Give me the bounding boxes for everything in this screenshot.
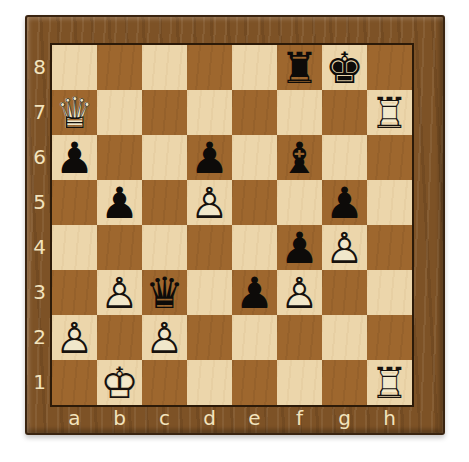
square-b3[interactable]: ♟♙ [97, 270, 142, 315]
square-c5[interactable] [142, 180, 187, 225]
black-pawn[interactable]: ♟ [187, 135, 232, 180]
square-g1[interactable] [322, 360, 367, 405]
square-d2[interactable] [187, 315, 232, 360]
black-king[interactable]: ♚ [322, 45, 367, 90]
black-bishop[interactable]: ♝ [277, 135, 322, 180]
square-d5[interactable]: ♟♙ [187, 180, 232, 225]
file-label-g: g [322, 405, 367, 433]
square-h4[interactable] [367, 225, 412, 270]
square-b7[interactable] [97, 90, 142, 135]
white-pawn[interactable]: ♟♙ [97, 270, 142, 315]
square-a4[interactable] [52, 225, 97, 270]
rank-label-3: 3 [27, 270, 52, 315]
square-a3[interactable] [52, 270, 97, 315]
square-f5[interactable] [277, 180, 322, 225]
square-h1[interactable]: ♜♖ [367, 360, 412, 405]
square-e3[interactable]: ♟ [232, 270, 277, 315]
file-labels: abcdefgh [52, 405, 412, 433]
page: 87654321 ♜♚♛♕♜♖♟♟♝♟♟♙♟♟♟♙♟♙♛♟♟♙♟♙♟♙♚♔♜♖ … [0, 0, 469, 462]
white-rook[interactable]: ♜♖ [367, 360, 412, 405]
board-frame: 87654321 ♜♚♛♕♜♖♟♟♝♟♟♙♟♟♟♙♟♙♛♟♟♙♟♙♟♙♚♔♜♖ … [25, 15, 445, 435]
white-king[interactable]: ♚♔ [97, 360, 142, 405]
file-label-e: e [232, 405, 277, 433]
square-h7[interactable]: ♜♖ [367, 90, 412, 135]
square-c8[interactable] [142, 45, 187, 90]
file-label-f: f [277, 405, 322, 433]
square-a6[interactable]: ♟ [52, 135, 97, 180]
black-king-glyph: ♚ [322, 45, 367, 90]
square-c6[interactable] [142, 135, 187, 180]
square-a8[interactable] [52, 45, 97, 90]
square-f8[interactable]: ♜ [277, 45, 322, 90]
file-label-b: b [97, 405, 142, 433]
black-pawn-glyph: ♟ [187, 135, 232, 180]
square-b6[interactable] [97, 135, 142, 180]
chessboard: ♜♚♛♕♜♖♟♟♝♟♟♙♟♟♟♙♟♙♛♟♟♙♟♙♟♙♚♔♜♖ [52, 45, 412, 405]
white-pawn[interactable]: ♟♙ [277, 270, 322, 315]
white-pawn[interactable]: ♟♙ [322, 225, 367, 270]
white-queen[interactable]: ♛♕ [52, 90, 97, 135]
square-e7[interactable] [232, 90, 277, 135]
square-g4[interactable]: ♟♙ [322, 225, 367, 270]
square-c3[interactable]: ♛ [142, 270, 187, 315]
rank-label-4: 4 [27, 225, 52, 270]
square-f6[interactable]: ♝ [277, 135, 322, 180]
rank-label-5: 5 [27, 180, 52, 225]
black-bishop-glyph: ♝ [277, 135, 322, 180]
black-pawn[interactable]: ♟ [52, 135, 97, 180]
black-rook-glyph: ♜ [277, 45, 322, 90]
square-e1[interactable] [232, 360, 277, 405]
black-queen-glyph: ♛ [142, 270, 187, 315]
square-c1[interactable] [142, 360, 187, 405]
white-king-outline-glyph: ♔ [97, 360, 142, 405]
square-d1[interactable] [187, 360, 232, 405]
rank-label-6: 6 [27, 135, 52, 180]
white-pawn-outline-glyph: ♙ [277, 270, 322, 315]
white-pawn[interactable]: ♟♙ [142, 315, 187, 360]
square-e4[interactable] [232, 225, 277, 270]
square-b4[interactable] [97, 225, 142, 270]
black-pawn-glyph: ♟ [322, 180, 367, 225]
square-b5[interactable]: ♟ [97, 180, 142, 225]
square-f2[interactable] [277, 315, 322, 360]
black-pawn-glyph: ♟ [277, 225, 322, 270]
white-pawn-outline-glyph: ♙ [52, 315, 97, 360]
rank-labels: 87654321 [27, 45, 52, 405]
square-g3[interactable] [322, 270, 367, 315]
black-queen[interactable]: ♛ [142, 270, 187, 315]
square-d3[interactable] [187, 270, 232, 315]
black-pawn[interactable]: ♟ [322, 180, 367, 225]
square-a1[interactable] [52, 360, 97, 405]
square-h6[interactable] [367, 135, 412, 180]
square-c4[interactable] [142, 225, 187, 270]
square-g8[interactable]: ♚ [322, 45, 367, 90]
square-g5[interactable]: ♟ [322, 180, 367, 225]
black-pawn[interactable]: ♟ [97, 180, 142, 225]
black-pawn-glyph: ♟ [232, 270, 277, 315]
rank-label-8: 8 [27, 45, 52, 90]
rank-label-1: 1 [27, 360, 52, 405]
black-pawn-glyph: ♟ [97, 180, 142, 225]
square-e5[interactable] [232, 180, 277, 225]
file-label-h: h [367, 405, 412, 433]
square-e6[interactable] [232, 135, 277, 180]
black-rook[interactable]: ♜ [277, 45, 322, 90]
square-f4[interactable]: ♟ [277, 225, 322, 270]
square-a2[interactable]: ♟♙ [52, 315, 97, 360]
square-b8[interactable] [97, 45, 142, 90]
square-h3[interactable] [367, 270, 412, 315]
black-pawn[interactable]: ♟ [277, 225, 322, 270]
file-label-d: d [187, 405, 232, 433]
white-rook-outline-glyph: ♖ [367, 90, 412, 135]
square-g7[interactable] [322, 90, 367, 135]
square-h5[interactable] [367, 180, 412, 225]
square-c7[interactable] [142, 90, 187, 135]
white-rook[interactable]: ♜♖ [367, 90, 412, 135]
square-h2[interactable] [367, 315, 412, 360]
white-queen-outline-glyph: ♕ [52, 90, 97, 135]
square-d7[interactable] [187, 90, 232, 135]
square-d4[interactable] [187, 225, 232, 270]
square-d8[interactable] [187, 45, 232, 90]
rank-label-7: 7 [27, 90, 52, 135]
square-e2[interactable] [232, 315, 277, 360]
rank-label-2: 2 [27, 315, 52, 360]
square-c2[interactable]: ♟♙ [142, 315, 187, 360]
white-pawn[interactable]: ♟♙ [52, 315, 97, 360]
square-f3[interactable]: ♟♙ [277, 270, 322, 315]
black-pawn[interactable]: ♟ [232, 270, 277, 315]
square-g6[interactable] [322, 135, 367, 180]
file-label-a: a [52, 405, 97, 433]
square-f7[interactable] [277, 90, 322, 135]
white-pawn-outline-glyph: ♙ [142, 315, 187, 360]
square-h8[interactable] [367, 45, 412, 90]
white-pawn-outline-glyph: ♙ [187, 180, 232, 225]
square-f1[interactable] [277, 360, 322, 405]
white-pawn[interactable]: ♟♙ [187, 180, 232, 225]
white-pawn-outline-glyph: ♙ [322, 225, 367, 270]
square-a5[interactable] [52, 180, 97, 225]
black-pawn-glyph: ♟ [52, 135, 97, 180]
square-a7[interactable]: ♛♕ [52, 90, 97, 135]
square-d6[interactable]: ♟ [187, 135, 232, 180]
file-label-c: c [142, 405, 187, 433]
square-e8[interactable] [232, 45, 277, 90]
square-b1[interactable]: ♚♔ [97, 360, 142, 405]
square-g2[interactable] [322, 315, 367, 360]
white-pawn-outline-glyph: ♙ [97, 270, 142, 315]
white-rook-outline-glyph: ♖ [367, 360, 412, 405]
square-b2[interactable] [97, 315, 142, 360]
